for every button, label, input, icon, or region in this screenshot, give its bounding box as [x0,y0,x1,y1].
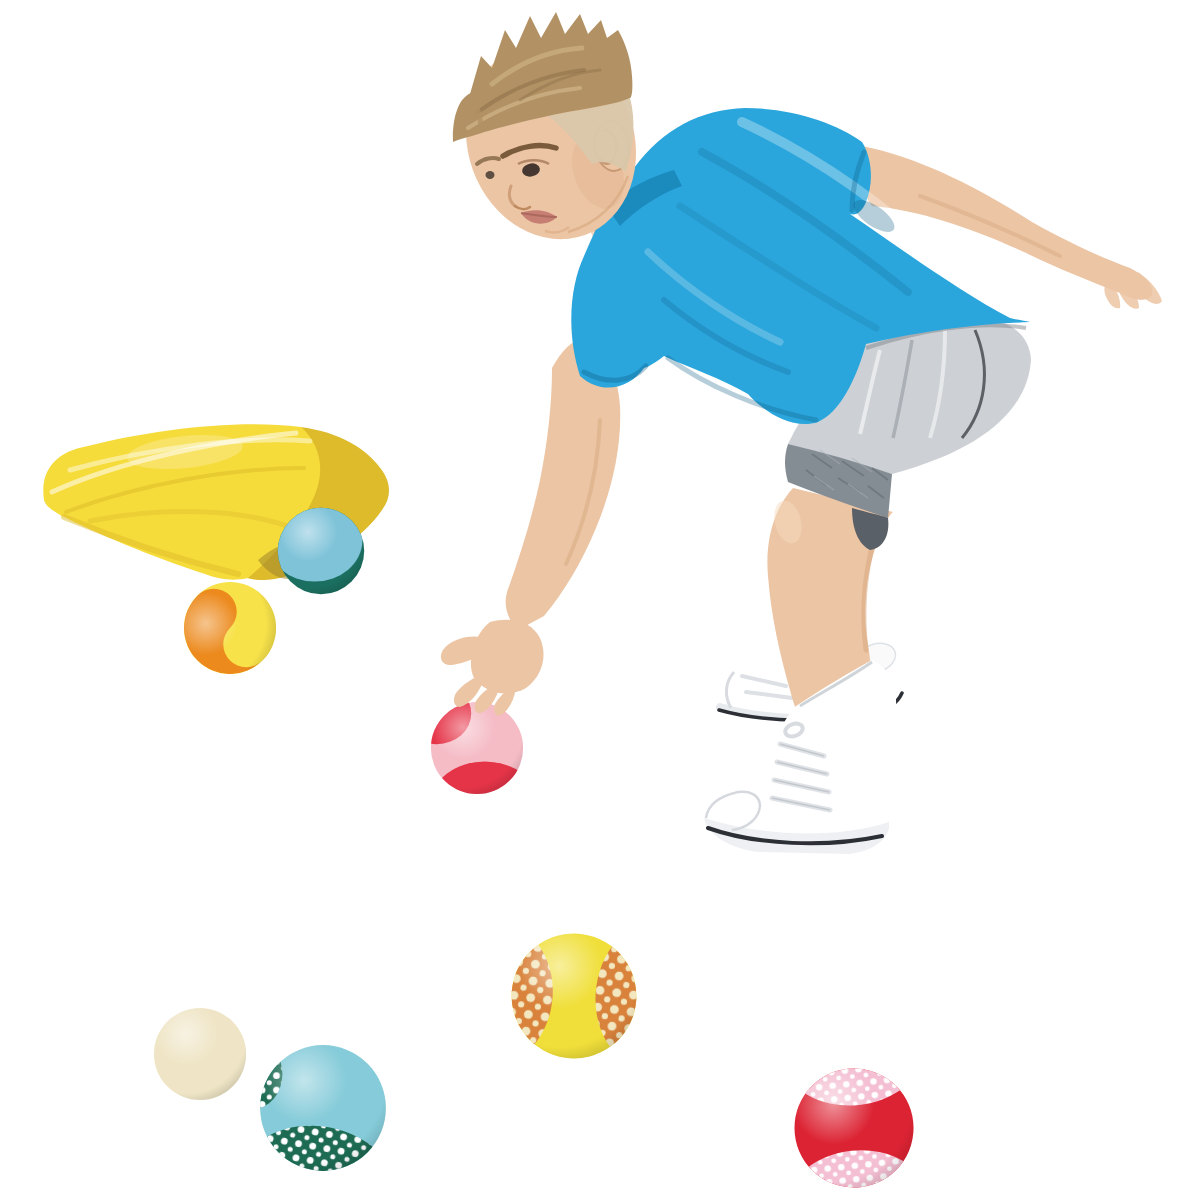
ball-pink-red [402,683,538,846]
boy-figure [439,12,1162,854]
right-hand [441,620,544,716]
ball-cream-target [154,1008,246,1100]
ball-red-pink-dotted [764,989,947,1200]
product-photo-stage [0,0,1200,1200]
ball-yellow-orange-dotted [423,889,725,1098]
scene-svg [0,0,1200,1200]
ball-blue-green-dotted [222,1039,409,1200]
balls-front-layer [154,889,947,1200]
ball-orange-yellow-swirl [165,563,295,693]
far-eye [486,171,495,179]
